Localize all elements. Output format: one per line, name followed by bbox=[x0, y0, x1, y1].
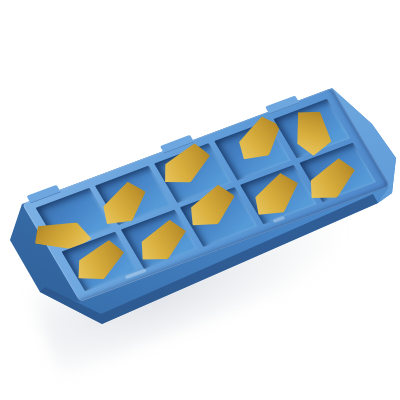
product-photo-scene bbox=[0, 0, 400, 400]
carbide-insert bbox=[295, 110, 333, 156]
carbide-insert bbox=[66, 239, 132, 289]
carbide-insert bbox=[245, 171, 308, 223]
carbide-insert bbox=[130, 218, 195, 269]
